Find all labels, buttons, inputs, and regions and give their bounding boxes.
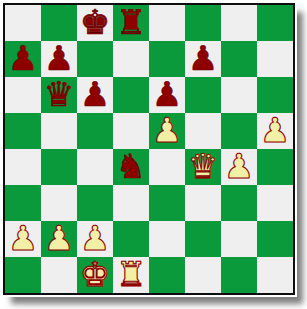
square-a7[interactable]: ♟ [5,41,41,77]
white-queen-f4: ♛ [188,148,218,184]
square-e5[interactable]: ♟ [149,113,185,149]
square-f3[interactable] [185,185,221,221]
square-c8[interactable]: ♚ [77,5,113,41]
square-g5[interactable] [221,113,257,149]
square-c1[interactable]: ♚ [77,257,113,293]
square-f8[interactable] [185,5,221,41]
square-b1[interactable] [41,257,77,293]
black-pawn-a7: ♟ [8,40,38,76]
white-pawn-b2: ♟ [44,220,74,256]
square-h4[interactable] [257,149,293,185]
white-pawn-e5: ♟ [152,112,182,148]
square-a1[interactable] [5,257,41,293]
square-e7[interactable] [149,41,185,77]
square-d7[interactable] [113,41,149,77]
square-c3[interactable] [77,185,113,221]
square-h6[interactable] [257,77,293,113]
square-h2[interactable] [257,221,293,257]
square-f5[interactable] [185,113,221,149]
black-pawn-e6: ♟ [152,76,182,112]
square-g4[interactable]: ♟ [221,149,257,185]
square-e2[interactable] [149,221,185,257]
square-d1[interactable]: ♜ [113,257,149,293]
square-c7[interactable] [77,41,113,77]
square-b3[interactable] [41,185,77,221]
white-pawn-a2: ♟ [8,220,38,256]
square-g2[interactable] [221,221,257,257]
square-c5[interactable] [77,113,113,149]
square-g7[interactable] [221,41,257,77]
square-h3[interactable] [257,185,293,221]
black-king-c8: ♚ [80,4,110,40]
black-pawn-f7: ♟ [188,40,218,76]
square-a2[interactable]: ♟ [5,221,41,257]
square-c4[interactable] [77,149,113,185]
black-queen-b6: ♛ [44,76,74,112]
square-a6[interactable] [5,77,41,113]
white-pawn-h5: ♟ [260,112,290,148]
square-d4[interactable]: ♞ [113,149,149,185]
square-b8[interactable] [41,5,77,41]
square-c6[interactable]: ♟ [77,77,113,113]
square-b4[interactable] [41,149,77,185]
square-f7[interactable]: ♟ [185,41,221,77]
black-knight-d4: ♞ [116,148,146,184]
square-f4[interactable]: ♛ [185,149,221,185]
square-d8[interactable]: ♜ [113,5,149,41]
square-a3[interactable] [5,185,41,221]
black-pawn-c6: ♟ [80,76,110,112]
square-b7[interactable]: ♟ [41,41,77,77]
square-c2[interactable]: ♟ [77,221,113,257]
square-d6[interactable] [113,77,149,113]
square-g6[interactable] [221,77,257,113]
square-g3[interactable] [221,185,257,221]
square-h7[interactable] [257,41,293,77]
white-pawn-c2: ♟ [80,220,110,256]
white-rook-d1: ♜ [116,256,146,292]
square-g1[interactable] [221,257,257,293]
square-e6[interactable]: ♟ [149,77,185,113]
square-f6[interactable] [185,77,221,113]
square-b6[interactable]: ♛ [41,77,77,113]
square-d3[interactable] [113,185,149,221]
square-f2[interactable] [185,221,221,257]
square-h8[interactable] [257,5,293,41]
square-d5[interactable] [113,113,149,149]
square-e8[interactable] [149,5,185,41]
square-a8[interactable] [5,5,41,41]
square-g8[interactable] [221,5,257,41]
black-pawn-b7: ♟ [44,40,74,76]
square-h1[interactable] [257,257,293,293]
square-e4[interactable] [149,149,185,185]
square-a4[interactable] [5,149,41,185]
square-e1[interactable] [149,257,185,293]
square-a5[interactable] [5,113,41,149]
square-b2[interactable]: ♟ [41,221,77,257]
square-h5[interactable]: ♟ [257,113,293,149]
chess-board: ♚♜♟♟♟♛♟♟♟♟♞♛♟♟♟♟♚♜ [3,3,295,295]
white-king-c1: ♚ [80,256,110,292]
square-d2[interactable] [113,221,149,257]
black-rook-d8: ♜ [116,4,146,40]
square-e3[interactable] [149,185,185,221]
square-f1[interactable] [185,257,221,293]
square-b5[interactable] [41,113,77,149]
white-pawn-g4: ♟ [224,148,254,184]
